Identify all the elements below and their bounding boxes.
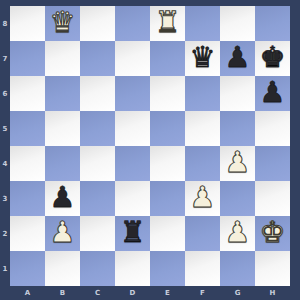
piece-white-king: ♚ (260, 218, 286, 247)
square-b8[interactable]: ♛ (45, 6, 80, 41)
square-a7[interactable] (10, 41, 45, 76)
square-h2[interactable]: ♚ (255, 216, 290, 251)
piece-black-queen: ♛ (190, 43, 216, 72)
square-g4[interactable]: ♟ (220, 146, 255, 181)
square-e8[interactable]: ♜ (150, 6, 185, 41)
square-h1[interactable] (255, 251, 290, 286)
square-f7[interactable]: ♛ (185, 41, 220, 76)
piece-black-king: ♚ (260, 43, 286, 72)
file-label-f: F (185, 286, 220, 300)
square-f6[interactable] (185, 76, 220, 111)
square-c2[interactable] (80, 216, 115, 251)
rank-label-7: 7 (0, 41, 10, 76)
square-c4[interactable] (80, 146, 115, 181)
square-h5[interactable] (255, 111, 290, 146)
square-d4[interactable] (115, 146, 150, 181)
piece-white-pawn: ♟ (190, 183, 216, 212)
square-e7[interactable] (150, 41, 185, 76)
square-d1[interactable] (115, 251, 150, 286)
piece-white-rook: ♜ (155, 8, 181, 37)
square-e1[interactable] (150, 251, 185, 286)
square-d6[interactable] (115, 76, 150, 111)
square-b7[interactable] (45, 41, 80, 76)
rank-label-5: 5 (0, 111, 10, 146)
rank-label-2: 2 (0, 216, 10, 251)
square-c7[interactable] (80, 41, 115, 76)
piece-black-pawn: ♟ (260, 78, 286, 107)
file-label-b: B (45, 286, 80, 300)
file-label-d: D (115, 286, 150, 300)
square-c3[interactable] (80, 181, 115, 216)
square-d3[interactable] (115, 181, 150, 216)
square-b2[interactable]: ♟ (45, 216, 80, 251)
file-label-h: H (255, 286, 290, 300)
square-e6[interactable] (150, 76, 185, 111)
rank-label-4: 4 (0, 146, 10, 181)
piece-white-pawn: ♟ (50, 218, 76, 247)
square-f5[interactable] (185, 111, 220, 146)
piece-black-pawn: ♟ (50, 183, 76, 212)
square-a1[interactable] (10, 251, 45, 286)
square-g2[interactable]: ♟ (220, 216, 255, 251)
square-f4[interactable] (185, 146, 220, 181)
square-c5[interactable] (80, 111, 115, 146)
file-label-c: C (80, 286, 115, 300)
square-f3[interactable]: ♟ (185, 181, 220, 216)
square-b1[interactable] (45, 251, 80, 286)
square-g5[interactable] (220, 111, 255, 146)
square-e3[interactable] (150, 181, 185, 216)
rank-label-8: 8 (0, 6, 10, 41)
square-a5[interactable] (10, 111, 45, 146)
piece-black-pawn: ♟ (225, 43, 251, 72)
square-h3[interactable] (255, 181, 290, 216)
file-label-e: E (150, 286, 185, 300)
rank-labels: 87654321 (0, 6, 10, 286)
square-d5[interactable] (115, 111, 150, 146)
square-g1[interactable] (220, 251, 255, 286)
square-a6[interactable] (10, 76, 45, 111)
rank-label-6: 6 (0, 76, 10, 111)
piece-white-queen: ♛ (50, 8, 76, 37)
piece-white-pawn: ♟ (225, 148, 251, 177)
square-d2[interactable]: ♜ (115, 216, 150, 251)
square-g3[interactable] (220, 181, 255, 216)
square-c1[interactable] (80, 251, 115, 286)
square-b4[interactable] (45, 146, 80, 181)
square-f2[interactable] (185, 216, 220, 251)
piece-white-pawn: ♟ (225, 218, 251, 247)
square-a8[interactable] (10, 6, 45, 41)
rank-label-1: 1 (0, 251, 10, 286)
square-c8[interactable] (80, 6, 115, 41)
square-b3[interactable]: ♟ (45, 181, 80, 216)
file-labels: ABCDEFGH (10, 286, 290, 300)
square-g6[interactable] (220, 76, 255, 111)
square-h7[interactable]: ♚ (255, 41, 290, 76)
square-h8[interactable] (255, 6, 290, 41)
chess-board: ♛♜♛♟♚♟♟♟♟♟♜♟♚ (10, 6, 290, 286)
piece-black-rook: ♜ (120, 218, 146, 247)
square-f8[interactable] (185, 6, 220, 41)
square-b6[interactable] (45, 76, 80, 111)
square-a2[interactable] (10, 216, 45, 251)
square-g8[interactable] (220, 6, 255, 41)
square-h4[interactable] (255, 146, 290, 181)
square-f1[interactable] (185, 251, 220, 286)
square-e4[interactable] (150, 146, 185, 181)
square-g7[interactable]: ♟ (220, 41, 255, 76)
chess-board-frame: ♛♜♛♟♚♟♟♟♟♟♜♟♚ 87654321 ABCDEFGH (0, 0, 300, 300)
square-b5[interactable] (45, 111, 80, 146)
square-c6[interactable] (80, 76, 115, 111)
file-label-a: A (10, 286, 45, 300)
square-h6[interactable]: ♟ (255, 76, 290, 111)
square-a3[interactable] (10, 181, 45, 216)
square-d8[interactable] (115, 6, 150, 41)
square-e2[interactable] (150, 216, 185, 251)
rank-label-3: 3 (0, 181, 10, 216)
square-e5[interactable] (150, 111, 185, 146)
square-a4[interactable] (10, 146, 45, 181)
square-d7[interactable] (115, 41, 150, 76)
file-label-g: G (220, 286, 255, 300)
